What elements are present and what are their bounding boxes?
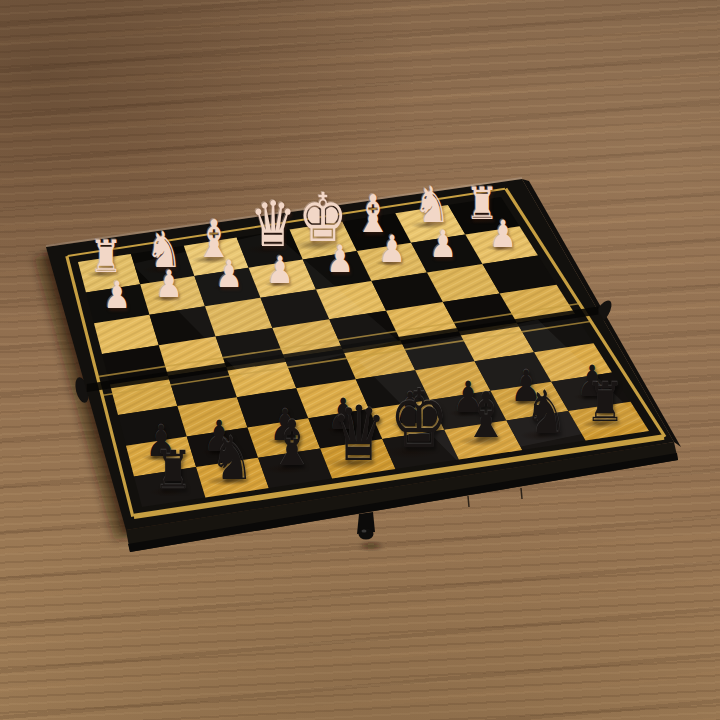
- latch-shadow: [361, 543, 381, 549]
- chess-set-photo: ♜♞♝♛♚♝♞♜♟♟♟♟♟♟♟♟♟♟♟♟♟♟♟♟♜♞♝♛♚♝♞♜: [0, 0, 720, 720]
- latch-highlight: [362, 530, 367, 533]
- chess-board: [0, 0, 720, 720]
- wall-slit: [468, 496, 469, 507]
- wall-slit: [521, 488, 522, 499]
